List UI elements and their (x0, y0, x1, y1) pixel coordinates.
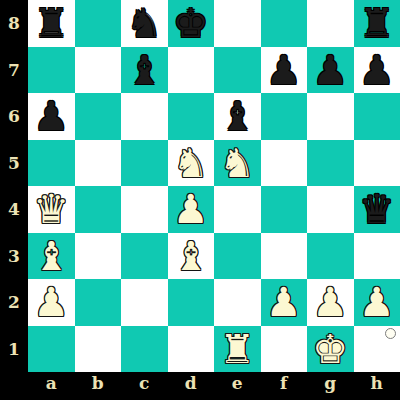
file-label-b: b (92, 372, 104, 394)
rank-label-5: 5 (8, 152, 20, 174)
square-a2[interactable]: ♟ (28, 279, 75, 326)
square-d4[interactable]: ♟ (168, 186, 215, 233)
black-pawn-a6[interactable]: ♟ (33, 93, 69, 139)
file-label-d: d (185, 372, 197, 394)
square-g3[interactable] (307, 233, 354, 280)
square-c5[interactable] (121, 140, 168, 187)
square-e5[interactable]: ♞ (214, 140, 261, 187)
square-g2[interactable]: ♟ (307, 279, 354, 326)
white-bishop-d3[interactable]: ♝ (173, 233, 209, 279)
black-rook-h8[interactable]: ♜ (359, 0, 395, 46)
white-to-move-indicator (385, 328, 396, 339)
square-e4[interactable] (214, 186, 261, 233)
square-g5[interactable] (307, 140, 354, 187)
square-g1[interactable]: ♚ (307, 326, 354, 373)
black-queen-h4[interactable]: ♛ (359, 186, 395, 232)
black-king-d8[interactable]: ♚ (173, 0, 209, 46)
file-label-c: c (139, 372, 149, 394)
rank-label-8: 8 (8, 12, 20, 34)
square-h5[interactable] (354, 140, 400, 187)
black-pawn-g7[interactable]: ♟ (312, 47, 348, 93)
square-c2[interactable] (121, 279, 168, 326)
square-b5[interactable] (75, 140, 122, 187)
white-bishop-a3[interactable]: ♝ (33, 233, 69, 279)
white-queen-a4[interactable]: ♛ (33, 186, 69, 232)
square-b4[interactable] (75, 186, 122, 233)
square-g4[interactable] (307, 186, 354, 233)
square-b3[interactable] (75, 233, 122, 280)
black-rook-a8[interactable]: ♜ (33, 0, 69, 46)
square-a5[interactable] (28, 140, 75, 187)
rank-labels: 87654321 (0, 0, 28, 372)
square-d7[interactable] (168, 47, 215, 94)
white-pawn-d4[interactable]: ♟ (173, 186, 209, 232)
square-c6[interactable] (121, 93, 168, 140)
black-bishop-e6[interactable]: ♝ (219, 93, 255, 139)
square-c1[interactable] (121, 326, 168, 373)
square-d5[interactable]: ♞ (168, 140, 215, 187)
square-h3[interactable] (354, 233, 400, 280)
square-d2[interactable] (168, 279, 215, 326)
square-g7[interactable]: ♟ (307, 47, 354, 94)
square-h2[interactable]: ♟ (354, 279, 400, 326)
white-pawn-f2[interactable]: ♟ (266, 279, 302, 325)
white-king-g1[interactable]: ♚ (312, 326, 348, 372)
square-c8[interactable]: ♞ (121, 0, 168, 47)
white-knight-d5[interactable]: ♞ (173, 140, 209, 186)
square-b6[interactable] (75, 93, 122, 140)
white-pawn-h2[interactable]: ♟ (359, 279, 395, 325)
square-f1[interactable] (261, 326, 308, 373)
square-b8[interactable] (75, 0, 122, 47)
square-e1[interactable]: ♜ (214, 326, 261, 373)
square-d8[interactable]: ♚ (168, 0, 215, 47)
square-c3[interactable] (121, 233, 168, 280)
square-g6[interactable] (307, 93, 354, 140)
square-d1[interactable] (168, 326, 215, 373)
square-f8[interactable] (261, 0, 308, 47)
square-e2[interactable] (214, 279, 261, 326)
square-f3[interactable] (261, 233, 308, 280)
square-h4[interactable]: ♛ (354, 186, 400, 233)
square-f5[interactable] (261, 140, 308, 187)
black-bishop-c7[interactable]: ♝ (126, 47, 162, 93)
square-h6[interactable] (354, 93, 400, 140)
square-h8[interactable]: ♜ (354, 0, 400, 47)
square-a4[interactable]: ♛ (28, 186, 75, 233)
square-f4[interactable] (261, 186, 308, 233)
square-b1[interactable] (75, 326, 122, 373)
square-e8[interactable] (214, 0, 261, 47)
rank-label-2: 2 (8, 291, 20, 313)
square-b7[interactable] (75, 47, 122, 94)
square-b2[interactable] (75, 279, 122, 326)
chess-diagram: 87654321 ♜♞♚♜♝♟♟♟♟♝♞♞♛♟♛♝♝♟♟♟♟♜♚ abcdefg… (0, 0, 400, 400)
square-e7[interactable] (214, 47, 261, 94)
rank-label-4: 4 (8, 198, 20, 220)
board-grid: ♜♞♚♜♝♟♟♟♟♝♞♞♛♟♛♝♝♟♟♟♟♜♚ (28, 0, 400, 372)
square-f6[interactable] (261, 93, 308, 140)
square-a7[interactable] (28, 47, 75, 94)
file-label-e: e (232, 372, 243, 394)
rank-label-7: 7 (8, 59, 20, 81)
square-h7[interactable]: ♟ (354, 47, 400, 94)
square-a1[interactable] (28, 326, 75, 373)
rank-label-1: 1 (8, 338, 20, 360)
square-d3[interactable]: ♝ (168, 233, 215, 280)
square-a3[interactable]: ♝ (28, 233, 75, 280)
rank-label-6: 6 (8, 105, 20, 127)
square-a8[interactable]: ♜ (28, 0, 75, 47)
rank-label-3: 3 (8, 245, 20, 267)
square-f2[interactable]: ♟ (261, 279, 308, 326)
file-label-f: f (280, 372, 287, 394)
file-label-g: g (324, 372, 336, 394)
square-e3[interactable] (214, 233, 261, 280)
black-pawn-f7[interactable]: ♟ (266, 47, 302, 93)
black-knight-c8[interactable]: ♞ (126, 0, 162, 46)
square-c4[interactable] (121, 186, 168, 233)
white-pawn-g2[interactable]: ♟ (312, 279, 348, 325)
file-label-a: a (46, 372, 57, 394)
square-g8[interactable] (307, 0, 354, 47)
square-a6[interactable]: ♟ (28, 93, 75, 140)
black-pawn-h7[interactable]: ♟ (359, 47, 395, 93)
white-pawn-a2[interactable]: ♟ (33, 279, 69, 325)
white-rook-e1[interactable]: ♜ (219, 326, 255, 372)
square-c7[interactable]: ♝ (121, 47, 168, 94)
square-e6[interactable]: ♝ (214, 93, 261, 140)
file-label-h: h (371, 372, 383, 394)
square-d6[interactable] (168, 93, 215, 140)
white-knight-e5[interactable]: ♞ (219, 140, 255, 186)
file-labels: abcdefgh (28, 372, 400, 400)
square-f7[interactable]: ♟ (261, 47, 308, 94)
